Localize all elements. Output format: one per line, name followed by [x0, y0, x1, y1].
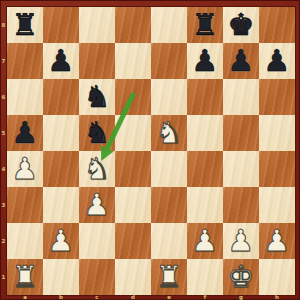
- square-d3[interactable]: [115, 187, 151, 223]
- square-f8[interactable]: ♜: [187, 7, 223, 43]
- white-king[interactable]: ♚: [228, 262, 255, 292]
- square-g8[interactable]: ♚: [223, 7, 259, 43]
- square-h7[interactable]: ♟: [259, 43, 295, 79]
- square-d5[interactable]: [115, 115, 151, 151]
- square-h6[interactable]: [259, 79, 295, 115]
- square-e2[interactable]: [151, 223, 187, 259]
- file-label-b: b: [43, 295, 79, 300]
- square-f3[interactable]: [187, 187, 223, 223]
- square-h8[interactable]: [259, 7, 295, 43]
- square-c5[interactable]: ♞: [79, 115, 115, 151]
- square-g4[interactable]: [223, 151, 259, 187]
- square-d1[interactable]: [115, 259, 151, 295]
- file-label-c: c: [79, 295, 115, 300]
- white-pawn[interactable]: ♟: [12, 154, 39, 184]
- black-knight[interactable]: ♞: [84, 82, 111, 112]
- square-f6[interactable]: [187, 79, 223, 115]
- black-pawn[interactable]: ♟: [192, 46, 219, 76]
- square-h3[interactable]: [259, 187, 295, 223]
- file-label-a: a: [7, 295, 43, 300]
- file-label-e: e: [151, 295, 187, 300]
- square-d2[interactable]: [115, 223, 151, 259]
- square-d7[interactable]: [115, 43, 151, 79]
- square-d6[interactable]: [115, 79, 151, 115]
- square-f7[interactable]: ♟: [187, 43, 223, 79]
- chess-board-frame: 87654321 abcdefgh ♜♜♚♟♟♟♟♞♟♞♞♟♞♟♟♟♟♟♜♜♚: [0, 0, 300, 300]
- white-rook[interactable]: ♜: [156, 262, 183, 292]
- white-pawn[interactable]: ♟: [192, 226, 219, 256]
- black-pawn[interactable]: ♟: [48, 46, 75, 76]
- square-e1[interactable]: ♜: [151, 259, 187, 295]
- square-c7[interactable]: [79, 43, 115, 79]
- square-h4[interactable]: [259, 151, 295, 187]
- square-g5[interactable]: [223, 115, 259, 151]
- square-e5[interactable]: ♞: [151, 115, 187, 151]
- square-c4[interactable]: ♞: [79, 151, 115, 187]
- black-knight[interactable]: ♞: [84, 118, 111, 148]
- square-a7[interactable]: [7, 43, 43, 79]
- file-label-g: g: [223, 295, 259, 300]
- square-b6[interactable]: [43, 79, 79, 115]
- square-b8[interactable]: [43, 7, 79, 43]
- square-c3[interactable]: ♟: [79, 187, 115, 223]
- square-a8[interactable]: ♜: [7, 7, 43, 43]
- square-c8[interactable]: [79, 7, 115, 43]
- square-g1[interactable]: ♚: [223, 259, 259, 295]
- rank-label-6: 6: [0, 79, 7, 115]
- square-b3[interactable]: [43, 187, 79, 223]
- rank-label-3: 3: [0, 187, 7, 223]
- square-a6[interactable]: [7, 79, 43, 115]
- square-e6[interactable]: [151, 79, 187, 115]
- square-d4[interactable]: [115, 151, 151, 187]
- square-e4[interactable]: [151, 151, 187, 187]
- white-pawn[interactable]: ♟: [228, 226, 255, 256]
- square-g6[interactable]: [223, 79, 259, 115]
- rank-label-4: 4: [0, 151, 7, 187]
- file-label-f: f: [187, 295, 223, 300]
- black-pawn[interactable]: ♟: [264, 46, 291, 76]
- black-rook[interactable]: ♜: [12, 10, 39, 40]
- square-c1[interactable]: [79, 259, 115, 295]
- white-rook[interactable]: ♜: [12, 262, 39, 292]
- white-knight[interactable]: ♞: [156, 118, 183, 148]
- rank-label-8: 8: [0, 7, 7, 43]
- square-c6[interactable]: ♞: [79, 79, 115, 115]
- rank-label-2: 2: [0, 223, 7, 259]
- black-pawn[interactable]: ♟: [228, 46, 255, 76]
- black-rook[interactable]: ♜: [192, 10, 219, 40]
- rank-label-7: 7: [0, 43, 7, 79]
- square-f4[interactable]: [187, 151, 223, 187]
- white-pawn[interactable]: ♟: [264, 226, 291, 256]
- file-label-h: h: [259, 295, 295, 300]
- square-b5[interactable]: [43, 115, 79, 151]
- square-h5[interactable]: [259, 115, 295, 151]
- square-g2[interactable]: ♟: [223, 223, 259, 259]
- file-label-d: d: [115, 295, 151, 300]
- square-g7[interactable]: ♟: [223, 43, 259, 79]
- rank-label-1: 1: [0, 259, 7, 295]
- white-pawn[interactable]: ♟: [48, 226, 75, 256]
- rank-labels: 87654321: [0, 7, 7, 295]
- square-b4[interactable]: [43, 151, 79, 187]
- square-a5[interactable]: ♟: [7, 115, 43, 151]
- square-g3[interactable]: [223, 187, 259, 223]
- square-h2[interactable]: ♟: [259, 223, 295, 259]
- black-king[interactable]: ♚: [228, 10, 255, 40]
- rank-label-5: 5: [0, 115, 7, 151]
- square-f1[interactable]: [187, 259, 223, 295]
- file-labels: abcdefgh: [7, 295, 295, 300]
- square-a4[interactable]: ♟: [7, 151, 43, 187]
- square-b1[interactable]: [43, 259, 79, 295]
- square-f5[interactable]: [187, 115, 223, 151]
- square-e3[interactable]: [151, 187, 187, 223]
- square-h1[interactable]: [259, 259, 295, 295]
- square-c2[interactable]: [79, 223, 115, 259]
- white-pawn[interactable]: ♟: [84, 190, 111, 220]
- square-a1[interactable]: ♜: [7, 259, 43, 295]
- square-e8[interactable]: [151, 7, 187, 43]
- white-knight[interactable]: ♞: [84, 154, 111, 184]
- square-a3[interactable]: [7, 187, 43, 223]
- chess-board: ♜♜♚♟♟♟♟♞♟♞♞♟♞♟♟♟♟♟♜♜♚: [7, 7, 295, 295]
- square-d8[interactable]: [115, 7, 151, 43]
- square-e7[interactable]: [151, 43, 187, 79]
- black-pawn[interactable]: ♟: [12, 118, 39, 148]
- square-b7[interactable]: ♟: [43, 43, 79, 79]
- square-a2[interactable]: [7, 223, 43, 259]
- square-f2[interactable]: ♟: [187, 223, 223, 259]
- square-b2[interactable]: ♟: [43, 223, 79, 259]
